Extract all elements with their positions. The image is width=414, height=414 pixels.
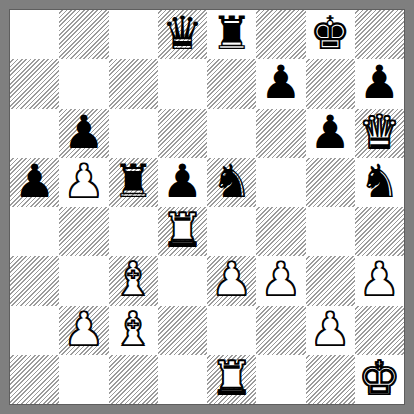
black-pawn-d5: ♟ bbox=[162, 158, 203, 206]
black-king-g8: ♚ bbox=[310, 10, 351, 58]
square-h2[interactable] bbox=[355, 306, 404, 355]
square-f8[interactable] bbox=[256, 10, 305, 59]
black-pawn-b6: ♟ bbox=[63, 109, 104, 157]
square-b8[interactable] bbox=[59, 10, 108, 59]
square-d1[interactable] bbox=[158, 355, 207, 404]
square-g8[interactable]: ♚ bbox=[306, 10, 355, 59]
square-f7[interactable]: ♟ bbox=[256, 59, 305, 108]
square-h6[interactable]: ♛ bbox=[355, 109, 404, 158]
square-b7[interactable] bbox=[59, 59, 108, 108]
square-f1[interactable] bbox=[256, 355, 305, 404]
square-a8[interactable] bbox=[10, 10, 59, 59]
square-d4[interactable]: ♜ bbox=[158, 207, 207, 256]
white-bishop-c3: ♝ bbox=[113, 256, 154, 304]
black-rook-e8: ♜ bbox=[211, 10, 252, 58]
square-e3[interactable]: ♟ bbox=[207, 256, 256, 305]
square-h4[interactable] bbox=[355, 207, 404, 256]
square-b5[interactable]: ♟ bbox=[59, 158, 108, 207]
chess-board-frame: ♛♜♚♟♟♟♟♛♟♟♜♟♞♞♜♝♟♟♟♟♝♟♜♚ bbox=[0, 0, 414, 414]
black-pawn-f7: ♟ bbox=[260, 59, 301, 107]
white-bishop-c2: ♝ bbox=[113, 306, 154, 354]
square-d3[interactable] bbox=[158, 256, 207, 305]
square-a5[interactable]: ♟ bbox=[10, 158, 59, 207]
square-f4[interactable] bbox=[256, 207, 305, 256]
black-pawn-a5: ♟ bbox=[14, 158, 55, 206]
square-e1[interactable]: ♜ bbox=[207, 355, 256, 404]
square-a3[interactable] bbox=[10, 256, 59, 305]
square-f5[interactable] bbox=[256, 158, 305, 207]
square-c8[interactable] bbox=[109, 10, 158, 59]
square-e8[interactable]: ♜ bbox=[207, 10, 256, 59]
square-f2[interactable] bbox=[256, 306, 305, 355]
white-pawn-b5: ♟ bbox=[63, 158, 104, 206]
square-e4[interactable] bbox=[207, 207, 256, 256]
white-pawn-e3: ♟ bbox=[211, 256, 252, 304]
square-f6[interactable] bbox=[256, 109, 305, 158]
square-g4[interactable] bbox=[306, 207, 355, 256]
square-d8[interactable]: ♛ bbox=[158, 10, 207, 59]
square-b2[interactable]: ♟ bbox=[59, 306, 108, 355]
black-queen-d8: ♛ bbox=[162, 10, 203, 58]
square-c5[interactable]: ♜ bbox=[109, 158, 158, 207]
white-king-h1: ♚ bbox=[359, 355, 400, 403]
white-rook-d4: ♜ bbox=[162, 207, 203, 255]
black-pawn-g6: ♟ bbox=[310, 109, 351, 157]
square-c6[interactable] bbox=[109, 109, 158, 158]
square-a2[interactable] bbox=[10, 306, 59, 355]
square-a6[interactable] bbox=[10, 109, 59, 158]
square-b1[interactable] bbox=[59, 355, 108, 404]
square-e7[interactable] bbox=[207, 59, 256, 108]
square-c4[interactable] bbox=[109, 207, 158, 256]
square-e2[interactable] bbox=[207, 306, 256, 355]
square-h5[interactable]: ♞ bbox=[355, 158, 404, 207]
square-f3[interactable]: ♟ bbox=[256, 256, 305, 305]
black-pawn-h7: ♟ bbox=[359, 59, 400, 107]
square-g3[interactable] bbox=[306, 256, 355, 305]
white-pawn-f3: ♟ bbox=[260, 256, 301, 304]
black-rook-c5: ♜ bbox=[113, 158, 154, 206]
square-g1[interactable] bbox=[306, 355, 355, 404]
white-pawn-b2: ♟ bbox=[63, 306, 104, 354]
square-c1[interactable] bbox=[109, 355, 158, 404]
square-b3[interactable] bbox=[59, 256, 108, 305]
square-h7[interactable]: ♟ bbox=[355, 59, 404, 108]
black-knight-h5: ♞ bbox=[359, 158, 400, 206]
chess-board: ♛♜♚♟♟♟♟♛♟♟♜♟♞♞♜♝♟♟♟♟♝♟♜♚ bbox=[10, 10, 404, 404]
square-e5[interactable]: ♞ bbox=[207, 158, 256, 207]
square-d5[interactable]: ♟ bbox=[158, 158, 207, 207]
square-g6[interactable]: ♟ bbox=[306, 109, 355, 158]
white-pawn-g2: ♟ bbox=[310, 306, 351, 354]
white-rook-e1: ♜ bbox=[211, 355, 252, 403]
square-c3[interactable]: ♝ bbox=[109, 256, 158, 305]
black-knight-e5: ♞ bbox=[211, 158, 252, 206]
square-d6[interactable] bbox=[158, 109, 207, 158]
square-c2[interactable]: ♝ bbox=[109, 306, 158, 355]
white-queen-h6: ♛ bbox=[359, 109, 400, 157]
square-a7[interactable] bbox=[10, 59, 59, 108]
square-a4[interactable] bbox=[10, 207, 59, 256]
square-g2[interactable]: ♟ bbox=[306, 306, 355, 355]
square-g7[interactable] bbox=[306, 59, 355, 108]
square-e6[interactable] bbox=[207, 109, 256, 158]
square-h1[interactable]: ♚ bbox=[355, 355, 404, 404]
square-c7[interactable] bbox=[109, 59, 158, 108]
square-b4[interactable] bbox=[59, 207, 108, 256]
square-b6[interactable]: ♟ bbox=[59, 109, 108, 158]
square-a1[interactable] bbox=[10, 355, 59, 404]
square-g5[interactable] bbox=[306, 158, 355, 207]
square-d2[interactable] bbox=[158, 306, 207, 355]
white-pawn-h3: ♟ bbox=[359, 256, 400, 304]
square-h8[interactable] bbox=[355, 10, 404, 59]
square-h3[interactable]: ♟ bbox=[355, 256, 404, 305]
square-d7[interactable] bbox=[158, 59, 207, 108]
